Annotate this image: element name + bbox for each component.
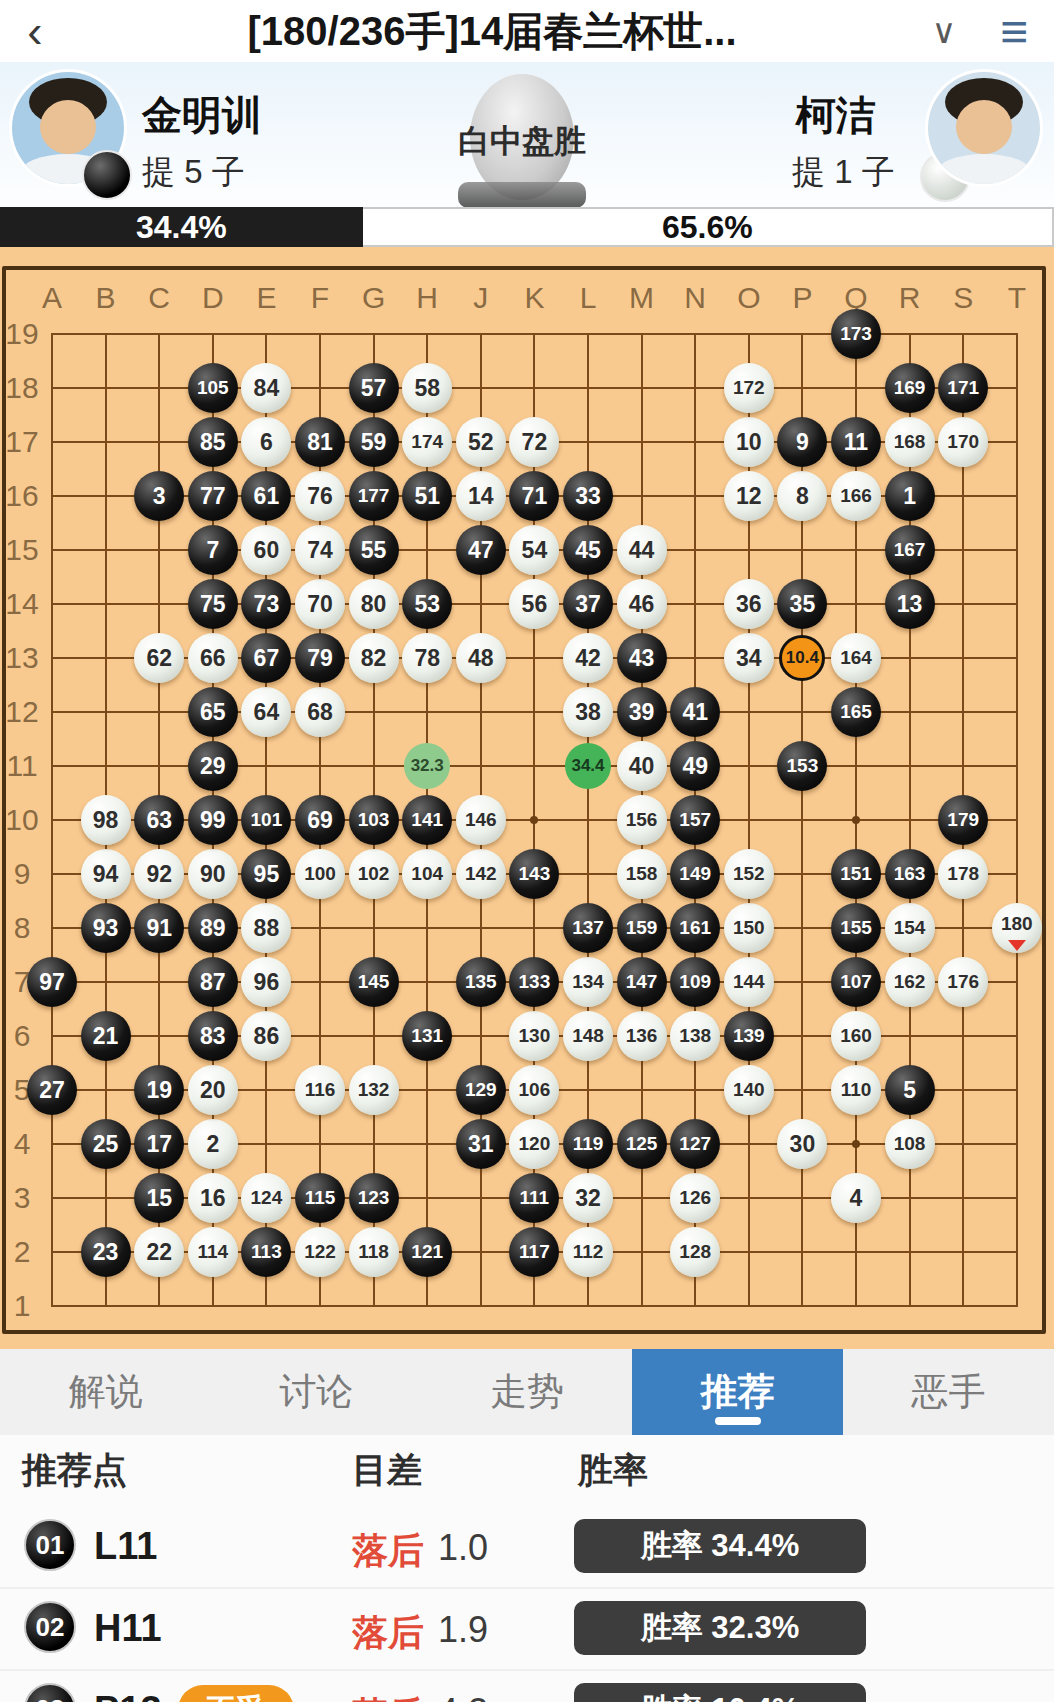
stone-black-91: 91 — [134, 903, 184, 953]
stone-white-46: 46 — [617, 579, 667, 629]
board-row-label: 2 — [2, 1235, 42, 1269]
board-row-label: 9 — [2, 857, 42, 891]
board-col-label: B — [90, 281, 122, 315]
board-row-label: 11 — [2, 749, 42, 783]
top-bar: ‹ [180/236手]14届春兰杯世... ∨ ≡ — [0, 0, 1054, 62]
stone-black-13: 13 — [885, 579, 935, 629]
rec-winrate-badge: 胜率 32.3% — [574, 1601, 866, 1655]
stone-white-2: 2 — [188, 1119, 238, 1169]
stone-black-1: 1 — [885, 471, 935, 521]
avatar-face — [956, 100, 1012, 154]
stone-white-156: 156 — [617, 795, 667, 845]
board-col-label: O — [733, 281, 765, 315]
stone-black-5: 5 — [885, 1065, 935, 1115]
board-col-label: K — [518, 281, 550, 315]
stone-black-33: 33 — [563, 471, 613, 521]
stone-white-80: 80 — [349, 579, 399, 629]
stone-black-99: 99 — [188, 795, 238, 845]
stone-white-132: 132 — [349, 1065, 399, 1115]
stone-white-176: 176 — [938, 957, 988, 1007]
board-row-label: 8 — [2, 911, 42, 945]
board-col-label: E — [250, 281, 282, 315]
stone-black-141: 141 — [402, 795, 452, 845]
stone-white-62: 62 — [134, 633, 184, 683]
stone-white-150: 150 — [724, 903, 774, 953]
stone-white-126: 126 — [670, 1173, 720, 1223]
stone-black-43: 43 — [617, 633, 667, 683]
stone-black-149: 149 — [670, 849, 720, 899]
stone-white-4: 4 — [831, 1173, 881, 1223]
stone-black-109: 109 — [670, 957, 720, 1007]
stone-white-12: 12 — [724, 471, 774, 521]
stone-white-58: 58 — [402, 363, 452, 413]
stone-black-85: 85 — [188, 417, 238, 467]
stone-white-114: 114 — [188, 1227, 238, 1277]
board-row-label: 6 — [2, 1019, 42, 1053]
stone-black-171: 171 — [938, 363, 988, 413]
stone-white-134: 134 — [563, 957, 613, 1007]
tab-恶手[interactable]: 恶手 — [843, 1349, 1054, 1435]
rec-row-H11[interactable]: 02H11落后1.9胜率 32.3% — [0, 1587, 1054, 1671]
board-col-label: J — [465, 281, 497, 315]
board-row-label: 12 — [2, 695, 42, 729]
suggestion-marker-L11[interactable]: 34.4 — [565, 743, 611, 789]
stone-white-154: 154 — [885, 903, 935, 953]
stone-white-110: 110 — [831, 1065, 881, 1115]
board-row-label: 15 — [2, 533, 42, 567]
stone-black-15: 15 — [134, 1173, 184, 1223]
rec-point-label: H11 — [94, 1607, 162, 1650]
board-row-label: 16 — [2, 479, 42, 513]
stone-white-34: 34 — [724, 633, 774, 683]
black-stone-icon — [82, 150, 132, 200]
rec-header-winrate: 胜率 — [578, 1447, 648, 1494]
tab-推荐[interactable]: 推荐 — [632, 1349, 843, 1435]
rec-winrate-badge: 胜率 34.4% — [574, 1519, 866, 1573]
stone-white-68: 68 — [295, 687, 345, 737]
stone-black-147: 147 — [617, 957, 667, 1007]
avatar-white-player — [928, 72, 1040, 184]
stone-black-165: 165 — [831, 687, 881, 737]
stone-black-155: 155 — [831, 903, 881, 953]
stone-white-118: 118 — [349, 1227, 399, 1277]
chevron-down-icon[interactable]: ∨ — [914, 11, 974, 51]
stone-black-157: 157 — [670, 795, 720, 845]
stone-white-180: 180 — [992, 903, 1042, 953]
stone-black-11: 11 — [831, 417, 881, 467]
rec-diff-label: 落后 — [352, 1527, 424, 1576]
stone-white-166: 166 — [831, 471, 881, 521]
stone-black-65: 65 — [188, 687, 238, 737]
stone-white-142: 142 — [456, 849, 506, 899]
stone-black-31: 31 — [456, 1119, 506, 1169]
stone-black-51: 51 — [402, 471, 452, 521]
board-row-label: 14 — [2, 587, 42, 621]
board-col-label: S — [947, 281, 979, 315]
winrate-white-segment: 65.6% — [363, 207, 1054, 247]
stone-black-45: 45 — [563, 525, 613, 575]
stone-white-146: 146 — [456, 795, 506, 845]
rec-rank-badge: 02 — [24, 1601, 76, 1653]
tab-走势[interactable]: 走势 — [422, 1349, 633, 1435]
stone-black-63: 63 — [134, 795, 184, 845]
stone-white-160: 160 — [831, 1011, 881, 1061]
go-board[interactable]: ABCDEFGHJKLMNOPQRST191817161514131211109… — [0, 247, 1054, 1349]
rec-bad-tag: 不妥 — [178, 1685, 294, 1702]
medal-base — [458, 182, 586, 208]
stone-white-112: 112 — [563, 1227, 613, 1277]
stone-black-41: 41 — [670, 687, 720, 737]
stone-white-140: 140 — [724, 1065, 774, 1115]
stone-black-47: 47 — [456, 525, 506, 575]
stone-black-87: 87 — [188, 957, 238, 1007]
stone-black-139: 139 — [724, 1011, 774, 1061]
stone-white-66: 66 — [188, 633, 238, 683]
rec-row-P13[interactable]: 03P13不妥落后4.2胜率 10.4% — [0, 1669, 1054, 1702]
board-col-label: R — [894, 281, 926, 315]
stone-black-77: 77 — [188, 471, 238, 521]
stone-black-125: 125 — [617, 1119, 667, 1169]
stone-black-69: 69 — [295, 795, 345, 845]
stone-white-48: 48 — [456, 633, 506, 683]
stone-black-159: 159 — [617, 903, 667, 953]
stone-black-25: 25 — [81, 1119, 131, 1169]
stone-white-116: 116 — [295, 1065, 345, 1115]
stone-black-137: 137 — [563, 903, 613, 953]
suggestion-marker-H11[interactable]: 32.3 — [404, 743, 450, 789]
stone-black-21: 21 — [81, 1011, 131, 1061]
stone-white-74: 74 — [295, 525, 345, 575]
stone-black-93: 93 — [81, 903, 131, 953]
stone-black-173: 173 — [831, 309, 881, 359]
stone-white-148: 148 — [563, 1011, 613, 1061]
game-result: 白中盘胜 — [392, 120, 652, 164]
stone-black-131: 131 — [402, 1011, 452, 1061]
stone-white-92: 92 — [134, 849, 184, 899]
stone-white-108: 108 — [885, 1119, 935, 1169]
active-tab-underline — [715, 1417, 761, 1425]
result-medal: 白中盘胜 — [458, 74, 586, 209]
stone-white-128: 128 — [670, 1227, 720, 1277]
stone-white-32: 32 — [563, 1173, 613, 1223]
board-col-label: N — [679, 281, 711, 315]
board-row-label: 4 — [2, 1127, 42, 1161]
board-star-point — [852, 816, 860, 824]
rec-header-point: 推荐点 — [22, 1447, 127, 1494]
stone-black-29: 29 — [188, 741, 238, 791]
stone-black-3: 3 — [134, 471, 184, 521]
stone-white-40: 40 — [617, 741, 667, 791]
stone-black-37: 37 — [563, 579, 613, 629]
stone-black-105: 105 — [188, 363, 238, 413]
board-col-label: G — [358, 281, 390, 315]
stone-white-174: 174 — [402, 417, 452, 467]
stone-white-22: 22 — [134, 1227, 184, 1277]
stone-white-36: 36 — [724, 579, 774, 629]
stone-black-179: 179 — [938, 795, 988, 845]
stone-black-27: 27 — [27, 1065, 77, 1115]
stone-black-19: 19 — [134, 1065, 184, 1115]
white-captures: 提 1 子 — [792, 150, 895, 195]
stone-black-75: 75 — [188, 579, 238, 629]
board-col-label: T — [1001, 281, 1033, 315]
rec-diff-value: 4.2 — [438, 1691, 488, 1702]
stone-white-104: 104 — [402, 849, 452, 899]
stone-white-138: 138 — [670, 1011, 720, 1061]
board-row-label: 1 — [2, 1289, 42, 1323]
stone-black-97: 97 — [27, 957, 77, 1007]
stone-white-136: 136 — [617, 1011, 667, 1061]
stone-white-100: 100 — [295, 849, 345, 899]
rec-diff-value: 1.0 — [438, 1527, 488, 1569]
stone-white-82: 82 — [349, 633, 399, 683]
board-col-label: A — [36, 281, 68, 315]
stone-black-119: 119 — [563, 1119, 613, 1169]
stone-black-53: 53 — [402, 579, 452, 629]
stone-black-169: 169 — [885, 363, 935, 413]
stone-black-127: 127 — [670, 1119, 720, 1169]
tab-解说[interactable]: 解说 — [0, 1349, 211, 1435]
board-col-label: F — [304, 281, 336, 315]
black-captures: 提 5 子 — [142, 150, 245, 195]
stone-white-164: 164 — [831, 633, 881, 683]
stone-white-98: 98 — [81, 795, 131, 845]
stone-white-122: 122 — [295, 1227, 345, 1277]
rec-diff-value: 1.9 — [438, 1609, 488, 1651]
stone-white-14: 14 — [456, 471, 506, 521]
board-row-label: 3 — [2, 1181, 42, 1215]
stone-black-49: 49 — [670, 741, 720, 791]
stone-white-168: 168 — [885, 417, 935, 467]
board-star-point — [852, 1140, 860, 1148]
stone-black-135: 135 — [456, 957, 506, 1007]
stone-black-163: 163 — [885, 849, 935, 899]
winrate-bar: 34.4% 65.6% — [0, 207, 1054, 247]
stone-black-89: 89 — [188, 903, 238, 953]
stone-white-16: 16 — [188, 1173, 238, 1223]
stone-black-177: 177 — [349, 471, 399, 521]
stone-white-94: 94 — [81, 849, 131, 899]
rec-row-L11[interactable]: 01L11落后1.0胜率 34.4% — [0, 1505, 1054, 1589]
stone-black-7: 7 — [188, 525, 238, 575]
stone-black-81: 81 — [295, 417, 345, 467]
stone-black-23: 23 — [81, 1227, 131, 1277]
stone-white-172: 172 — [724, 363, 774, 413]
players-panel: 金明训 提 5 子 白中盘胜 柯洁 提 1 子 — [0, 62, 1054, 207]
stone-white-10: 10 — [724, 417, 774, 467]
rec-diff-label: 落后 — [352, 1609, 424, 1658]
stone-black-123: 123 — [349, 1173, 399, 1223]
white-player-name: 柯洁 — [796, 88, 876, 143]
board-col-label: H — [411, 281, 443, 315]
stone-black-121: 121 — [402, 1227, 452, 1277]
board-row-label: 17 — [2, 425, 42, 459]
board-row-label: 13 — [2, 641, 42, 675]
winrate-black-segment: 34.4% — [0, 207, 363, 247]
rec-rank-badge: 03 — [24, 1683, 76, 1702]
stone-white-52: 52 — [456, 417, 506, 467]
stone-black-161: 161 — [670, 903, 720, 953]
board-col-label: L — [572, 281, 604, 315]
rec-point-label: L11 — [94, 1525, 157, 1568]
rec-rank-badge: 01 — [24, 1519, 76, 1571]
stone-white-170: 170 — [938, 417, 988, 467]
stone-white-78: 78 — [402, 633, 452, 683]
board-row-label: 10 — [2, 803, 42, 837]
stone-white-20: 20 — [188, 1065, 238, 1115]
tab-讨论[interactable]: 讨论 — [211, 1349, 422, 1435]
stone-white-144: 144 — [724, 957, 774, 1007]
bottom-tab-bar: 解说讨论走势推荐恶手 — [0, 1349, 1054, 1435]
stone-black-59: 59 — [349, 417, 399, 467]
stone-black-145: 145 — [349, 957, 399, 1007]
stone-white-38: 38 — [563, 687, 613, 737]
stone-black-57: 57 — [349, 363, 399, 413]
stone-black-115: 115 — [295, 1173, 345, 1223]
board-row-label: 18 — [2, 371, 42, 405]
board-row-label: 19 — [2, 317, 42, 351]
stone-black-17: 17 — [134, 1119, 184, 1169]
rec-diff-label: 落后 — [352, 1691, 424, 1702]
stone-white-178: 178 — [938, 849, 988, 899]
stone-black-129: 129 — [456, 1065, 506, 1115]
stone-black-167: 167 — [885, 525, 935, 575]
stone-black-151: 151 — [831, 849, 881, 899]
go-review-app: ‹ [180/236手]14届春兰杯世... ∨ ≡ 金明训 提 5 子 白中盘… — [0, 0, 1054, 1702]
stone-white-42: 42 — [563, 633, 613, 683]
menu-icon[interactable]: ≡ — [974, 4, 1054, 59]
stone-white-102: 102 — [349, 849, 399, 899]
stone-black-39: 39 — [617, 687, 667, 737]
rec-point-label: P13 — [94, 1689, 162, 1702]
board-col-label: M — [626, 281, 658, 315]
stone-white-158: 158 — [617, 849, 667, 899]
page-title: [180/236手]14届春兰杯世... — [70, 4, 914, 59]
board-col-label: C — [143, 281, 175, 315]
board-col-label: P — [786, 281, 818, 315]
stone-white-90: 90 — [188, 849, 238, 899]
stone-white-152: 152 — [724, 849, 774, 899]
rec-winrate-badge: 胜率 10.4% — [574, 1683, 866, 1702]
stone-black-83: 83 — [188, 1011, 238, 1061]
recommendation-panel: 推荐点 目差 胜率 01L11落后1.0胜率 34.4%02H11落后1.9胜率… — [0, 1435, 1054, 1702]
stone-black-107: 107 — [831, 957, 881, 1007]
stone-black-103: 103 — [349, 795, 399, 845]
stone-white-76: 76 — [295, 471, 345, 521]
rec-header-diff: 目差 — [352, 1447, 422, 1494]
stone-black-55: 55 — [349, 525, 399, 575]
stone-white-44: 44 — [617, 525, 667, 575]
stone-white-70: 70 — [295, 579, 345, 629]
avatar-face — [40, 100, 96, 154]
black-player-name: 金明训 — [142, 88, 262, 143]
board-col-label: D — [197, 281, 229, 315]
back-icon[interactable]: ‹ — [0, 3, 70, 59]
stone-black-79: 79 — [295, 633, 345, 683]
last-move-triangle-icon — [1008, 940, 1026, 951]
stone-white-162: 162 — [885, 957, 935, 1007]
